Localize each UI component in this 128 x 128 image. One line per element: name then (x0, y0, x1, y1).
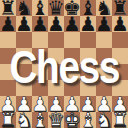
chess-app: ♜♞♝♛♚♝♞♜♟♟♟♟♟♟♟♟♟♟♟♟♟♟♟♟♜♞♝♛♚♝♞♜ Chess (0, 0, 128, 128)
square-b7[interactable]: ♟ (16, 16, 32, 32)
piece-black-pawn[interactable]: ♟ (111, 16, 128, 32)
square-f7[interactable]: ♟ (80, 16, 96, 32)
square-g7[interactable]: ♟ (96, 16, 112, 32)
square-d1[interactable]: ♛ (48, 112, 64, 128)
square-h1[interactable]: ♜ (112, 112, 128, 128)
title-overlay: Chess (0, 44, 128, 90)
app-title: Chess (9, 40, 119, 94)
square-h7[interactable]: ♟ (112, 16, 128, 32)
square-e1[interactable]: ♚ (64, 112, 80, 128)
piece-white-rook[interactable]: ♜ (111, 112, 128, 128)
square-b1[interactable]: ♞ (16, 112, 32, 128)
square-g1[interactable]: ♞ (96, 112, 112, 128)
square-c7[interactable]: ♟ (32, 16, 48, 32)
square-d7[interactable]: ♟ (48, 16, 64, 32)
square-e7[interactable]: ♟ (64, 16, 80, 32)
square-c1[interactable]: ♝ (32, 112, 48, 128)
square-a1[interactable]: ♜ (0, 112, 16, 128)
square-f1[interactable]: ♝ (80, 112, 96, 128)
square-a7[interactable]: ♟ (0, 16, 16, 32)
